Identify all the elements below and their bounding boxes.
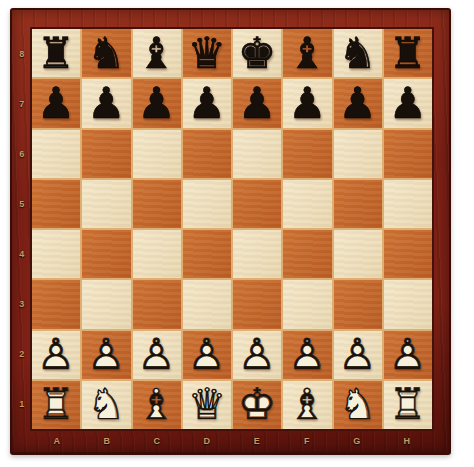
square-f7[interactable]: ♟ [283,79,331,127]
piece-black-knight-g8[interactable]: ♞ [334,29,382,77]
black-pawn-glyph: ♟ [82,79,130,127]
square-a7[interactable]: ♟ [32,79,80,127]
piece-black-bishop-f8[interactable]: ♝ [283,29,331,77]
rank-label-1: 1 [12,379,32,429]
square-d1[interactable]: ♛♕ [183,381,231,429]
square-a6[interactable] [32,130,80,178]
black-pawn-glyph: ♟ [233,79,281,127]
black-queen-glyph: ♛ [183,29,231,77]
white-king-glyph: ♔ [233,381,281,429]
file-label-b: B [82,430,132,452]
square-g2[interactable]: ♟♙ [334,331,382,379]
rank-label-7: 7 [12,79,32,129]
rank-label-8: 8 [12,29,32,79]
square-b6[interactable] [82,130,130,178]
square-d4[interactable] [183,230,231,278]
white-pawn-glyph: ♙ [32,331,80,379]
rank-label-3: 3 [12,279,32,329]
piece-white-bishop-f1[interactable]: ♝♗ [283,381,331,429]
black-pawn-glyph: ♟ [283,79,331,127]
square-a5[interactable] [32,180,80,228]
square-f3[interactable] [283,280,331,328]
rank-label-2: 2 [12,329,32,379]
square-e3[interactable] [233,280,281,328]
square-d6[interactable] [183,130,231,178]
square-c8[interactable]: ♝ [133,29,181,77]
square-d3[interactable] [183,280,231,328]
chessboard: 87654321 ABCDEFGH ♜♞♝♛♚♝♞♜♟♟♟♟♟♟♟♟♟♙♟♙♟♙… [10,8,451,455]
piece-black-pawn-a7[interactable]: ♟ [32,79,80,127]
piece-black-pawn-g7[interactable]: ♟ [334,79,382,127]
piece-white-pawn-e2[interactable]: ♟♙ [233,331,281,379]
file-label-h: H [382,430,432,452]
file-label-f: F [282,430,332,452]
piece-black-queen-d8[interactable]: ♛ [183,29,231,77]
piece-black-pawn-b7[interactable]: ♟ [82,79,130,127]
piece-black-pawn-f7[interactable]: ♟ [283,79,331,127]
square-e2[interactable]: ♟♙ [233,331,281,379]
white-pawn-glyph: ♙ [183,331,231,379]
white-rook-glyph: ♖ [32,381,80,429]
black-pawn-glyph: ♟ [32,79,80,127]
white-knight-glyph: ♘ [82,381,130,429]
square-e6[interactable] [233,130,281,178]
square-b1[interactable]: ♞♘ [82,381,130,429]
square-b3[interactable] [82,280,130,328]
square-g8[interactable]: ♞ [334,29,382,77]
piece-black-knight-b8[interactable]: ♞ [82,29,130,77]
piece-black-rook-h8[interactable]: ♜ [384,29,432,77]
square-f6[interactable] [283,130,331,178]
square-f8[interactable]: ♝ [283,29,331,77]
rank-labels: 87654321 [12,29,32,429]
rank-label-5: 5 [12,179,32,229]
black-pawn-glyph: ♟ [384,79,432,127]
square-a4[interactable] [32,230,80,278]
file-label-c: C [132,430,182,452]
square-d7[interactable]: ♟ [183,79,231,127]
piece-white-queen-d1[interactable]: ♛♕ [183,381,231,429]
file-labels: ABCDEFGH [32,430,432,452]
black-knight-glyph: ♞ [334,29,382,77]
piece-white-rook-a1[interactable]: ♜♖ [32,381,80,429]
piece-white-pawn-f2[interactable]: ♟♙ [283,331,331,379]
square-f4[interactable] [283,230,331,278]
square-h5[interactable] [384,180,432,228]
square-g3[interactable] [334,280,382,328]
file-label-d: D [182,430,232,452]
square-h8[interactable]: ♜ [384,29,432,77]
black-pawn-glyph: ♟ [133,79,181,127]
rank-label-6: 6 [12,129,32,179]
piece-white-pawn-g2[interactable]: ♟♙ [334,331,382,379]
piece-white-pawn-a2[interactable]: ♟♙ [32,331,80,379]
square-e1[interactable]: ♚♔ [233,381,281,429]
square-g6[interactable] [334,130,382,178]
piece-white-pawn-h2[interactable]: ♟♙ [384,331,432,379]
square-c7[interactable]: ♟ [133,79,181,127]
file-label-g: G [332,430,382,452]
piece-white-knight-g1[interactable]: ♞♘ [334,381,382,429]
square-d5[interactable] [183,180,231,228]
piece-white-rook-h1[interactable]: ♜♖ [384,381,432,429]
piece-white-pawn-b2[interactable]: ♟♙ [82,331,130,379]
square-f5[interactable] [283,180,331,228]
black-rook-glyph: ♜ [32,29,80,77]
square-d8[interactable]: ♛ [183,29,231,77]
piece-white-king-e1[interactable]: ♚♔ [233,381,281,429]
black-rook-glyph: ♜ [384,29,432,77]
square-e5[interactable] [233,180,281,228]
white-bishop-glyph: ♗ [283,381,331,429]
white-pawn-glyph: ♙ [233,331,281,379]
square-c4[interactable] [133,230,181,278]
piece-black-rook-a8[interactable]: ♜ [32,29,80,77]
rank-label-4: 4 [12,229,32,279]
square-g1[interactable]: ♞♘ [334,381,382,429]
piece-black-bishop-c8[interactable]: ♝ [133,29,181,77]
white-pawn-glyph: ♙ [82,331,130,379]
black-pawn-glyph: ♟ [183,79,231,127]
square-g4[interactable] [334,230,382,278]
square-h1[interactable]: ♜♖ [384,381,432,429]
piece-white-knight-b1[interactable]: ♞♘ [82,381,130,429]
piece-white-pawn-c2[interactable]: ♟♙ [133,331,181,379]
square-d2[interactable]: ♟♙ [183,331,231,379]
square-g7[interactable]: ♟ [334,79,382,127]
white-bishop-glyph: ♗ [133,381,181,429]
piece-white-bishop-c1[interactable]: ♝♗ [133,381,181,429]
file-label-e: E [232,430,282,452]
square-c1[interactable]: ♝♗ [133,381,181,429]
square-h4[interactable] [384,230,432,278]
piece-white-pawn-d2[interactable]: ♟♙ [183,331,231,379]
square-b4[interactable] [82,230,130,278]
square-b5[interactable] [82,180,130,228]
square-c3[interactable] [133,280,181,328]
square-c6[interactable] [133,130,181,178]
piece-black-king-e8[interactable]: ♚ [233,29,281,77]
square-e7[interactable]: ♟ [233,79,281,127]
file-label-a: A [32,430,82,452]
square-b8[interactable]: ♞ [82,29,130,77]
square-c2[interactable]: ♟♙ [133,331,181,379]
square-a2[interactable]: ♟♙ [32,331,80,379]
square-e8[interactable]: ♚ [233,29,281,77]
black-king-glyph: ♚ [233,29,281,77]
square-e4[interactable] [233,230,281,278]
black-knight-glyph: ♞ [82,29,130,77]
square-a1[interactable]: ♜♖ [32,381,80,429]
piece-black-pawn-c7[interactable]: ♟ [133,79,181,127]
square-h7[interactable]: ♟ [384,79,432,127]
square-f1[interactable]: ♝♗ [283,381,331,429]
white-pawn-glyph: ♙ [133,331,181,379]
square-a8[interactable]: ♜ [32,29,80,77]
black-bishop-glyph: ♝ [283,29,331,77]
black-pawn-glyph: ♟ [334,79,382,127]
square-h6[interactable] [384,130,432,178]
white-knight-glyph: ♘ [334,381,382,429]
squares-grid: ♜♞♝♛♚♝♞♜♟♟♟♟♟♟♟♟♟♙♟♙♟♙♟♙♟♙♟♙♟♙♟♙♜♖♞♘♝♗♛♕… [32,29,432,429]
piece-black-pawn-h7[interactable]: ♟ [384,79,432,127]
square-h2[interactable]: ♟♙ [384,331,432,379]
white-pawn-glyph: ♙ [334,331,382,379]
square-g5[interactable] [334,180,382,228]
white-queen-glyph: ♕ [183,381,231,429]
black-bishop-glyph: ♝ [133,29,181,77]
piece-black-pawn-e7[interactable]: ♟ [233,79,281,127]
square-f2[interactable]: ♟♙ [283,331,331,379]
square-h3[interactable] [384,280,432,328]
square-b7[interactable]: ♟ [82,79,130,127]
square-a3[interactable] [32,280,80,328]
square-c5[interactable] [133,180,181,228]
white-rook-glyph: ♖ [384,381,432,429]
white-pawn-glyph: ♙ [384,331,432,379]
white-pawn-glyph: ♙ [283,331,331,379]
piece-black-pawn-d7[interactable]: ♟ [183,79,231,127]
square-b2[interactable]: ♟♙ [82,331,130,379]
